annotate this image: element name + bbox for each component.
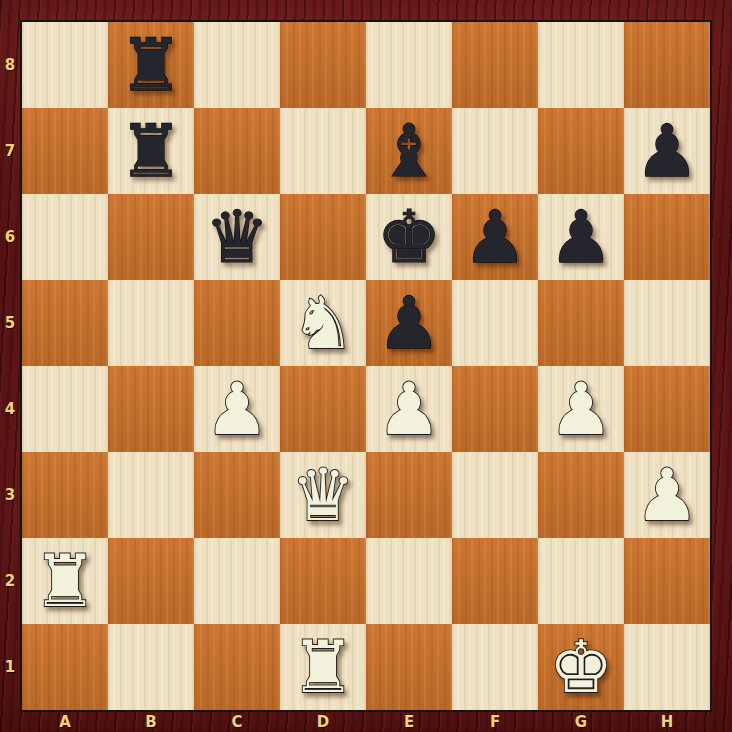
square-b1[interactable] bbox=[108, 624, 194, 710]
square-a3[interactable] bbox=[22, 452, 108, 538]
rank-label-5: 5 bbox=[0, 280, 20, 366]
square-h1[interactable] bbox=[624, 624, 710, 710]
square-c7[interactable] bbox=[194, 108, 280, 194]
rank-labels: 87654321 bbox=[0, 22, 20, 710]
square-b7[interactable]: ♜ bbox=[108, 108, 194, 194]
square-f7[interactable] bbox=[452, 108, 538, 194]
square-g5[interactable] bbox=[538, 280, 624, 366]
file-labels: ABCDEFGH bbox=[22, 712, 710, 732]
square-b3[interactable] bbox=[108, 452, 194, 538]
square-f3[interactable] bbox=[452, 452, 538, 538]
file-label-b: B bbox=[108, 712, 194, 732]
file-label-f: F bbox=[452, 712, 538, 732]
rank-label-1: 1 bbox=[0, 624, 20, 710]
rank-label-8: 8 bbox=[0, 22, 20, 108]
piece-white-king[interactable]: ♚ bbox=[538, 624, 624, 710]
square-g6[interactable]: ♟ bbox=[538, 194, 624, 280]
square-a8[interactable] bbox=[22, 22, 108, 108]
piece-black-rook[interactable]: ♜ bbox=[108, 22, 194, 108]
square-d3[interactable]: ♛ bbox=[280, 452, 366, 538]
chess-board: ♜♜♝♟♛♚♟♟♞♟♟♟♟♛♟♜♜♚ bbox=[20, 20, 712, 712]
piece-black-rook[interactable]: ♜ bbox=[108, 108, 194, 194]
file-label-e: E bbox=[366, 712, 452, 732]
square-h7[interactable]: ♟ bbox=[624, 108, 710, 194]
piece-black-king[interactable]: ♚ bbox=[366, 194, 452, 280]
square-f5[interactable] bbox=[452, 280, 538, 366]
square-c3[interactable] bbox=[194, 452, 280, 538]
square-g3[interactable] bbox=[538, 452, 624, 538]
piece-black-pawn[interactable]: ♟ bbox=[452, 194, 538, 280]
piece-white-pawn[interactable]: ♟ bbox=[194, 366, 280, 452]
square-b6[interactable] bbox=[108, 194, 194, 280]
square-e2[interactable] bbox=[366, 538, 452, 624]
square-d2[interactable] bbox=[280, 538, 366, 624]
square-g1[interactable]: ♚ bbox=[538, 624, 624, 710]
rank-label-6: 6 bbox=[0, 194, 20, 280]
piece-white-rook[interactable]: ♜ bbox=[280, 624, 366, 710]
square-d6[interactable] bbox=[280, 194, 366, 280]
square-f2[interactable] bbox=[452, 538, 538, 624]
file-label-c: C bbox=[194, 712, 280, 732]
piece-white-pawn[interactable]: ♟ bbox=[624, 452, 710, 538]
piece-black-queen[interactable]: ♛ bbox=[194, 194, 280, 280]
piece-black-pawn[interactable]: ♟ bbox=[366, 280, 452, 366]
square-a2[interactable]: ♜ bbox=[22, 538, 108, 624]
square-e5[interactable]: ♟ bbox=[366, 280, 452, 366]
square-g4[interactable]: ♟ bbox=[538, 366, 624, 452]
square-d1[interactable]: ♜ bbox=[280, 624, 366, 710]
file-label-g: G bbox=[538, 712, 624, 732]
square-e3[interactable] bbox=[366, 452, 452, 538]
square-c2[interactable] bbox=[194, 538, 280, 624]
piece-black-pawn[interactable]: ♟ bbox=[624, 108, 710, 194]
square-c5[interactable] bbox=[194, 280, 280, 366]
square-b2[interactable] bbox=[108, 538, 194, 624]
rank-label-7: 7 bbox=[0, 108, 20, 194]
piece-black-pawn[interactable]: ♟ bbox=[538, 194, 624, 280]
square-d5[interactable]: ♞ bbox=[280, 280, 366, 366]
square-g8[interactable] bbox=[538, 22, 624, 108]
square-a5[interactable] bbox=[22, 280, 108, 366]
square-f1[interactable] bbox=[452, 624, 538, 710]
square-h8[interactable] bbox=[624, 22, 710, 108]
rank-label-2: 2 bbox=[0, 538, 20, 624]
square-b8[interactable]: ♜ bbox=[108, 22, 194, 108]
rank-label-3: 3 bbox=[0, 452, 20, 538]
square-d4[interactable] bbox=[280, 366, 366, 452]
piece-black-bishop[interactable]: ♝ bbox=[366, 108, 452, 194]
square-e7[interactable]: ♝ bbox=[366, 108, 452, 194]
square-a7[interactable] bbox=[22, 108, 108, 194]
square-f6[interactable]: ♟ bbox=[452, 194, 538, 280]
square-e8[interactable] bbox=[366, 22, 452, 108]
square-c1[interactable] bbox=[194, 624, 280, 710]
square-c4[interactable]: ♟ bbox=[194, 366, 280, 452]
piece-white-rook[interactable]: ♜ bbox=[22, 538, 108, 624]
piece-white-queen[interactable]: ♛ bbox=[280, 452, 366, 538]
square-a1[interactable] bbox=[22, 624, 108, 710]
file-label-h: H bbox=[624, 712, 710, 732]
square-d7[interactable] bbox=[280, 108, 366, 194]
square-b4[interactable] bbox=[108, 366, 194, 452]
square-h5[interactable] bbox=[624, 280, 710, 366]
square-e6[interactable]: ♚ bbox=[366, 194, 452, 280]
chess-board-frame: ♜♜♝♟♛♚♟♟♞♟♟♟♟♛♟♜♜♚ 87654321 ABCDEFGH bbox=[0, 0, 732, 732]
rank-label-4: 4 bbox=[0, 366, 20, 452]
square-h2[interactable] bbox=[624, 538, 710, 624]
file-label-d: D bbox=[280, 712, 366, 732]
square-d8[interactable] bbox=[280, 22, 366, 108]
piece-white-knight[interactable]: ♞ bbox=[280, 280, 366, 366]
square-g2[interactable] bbox=[538, 538, 624, 624]
square-e1[interactable] bbox=[366, 624, 452, 710]
square-a6[interactable] bbox=[22, 194, 108, 280]
square-f4[interactable] bbox=[452, 366, 538, 452]
square-h3[interactable]: ♟ bbox=[624, 452, 710, 538]
square-h4[interactable] bbox=[624, 366, 710, 452]
piece-white-pawn[interactable]: ♟ bbox=[538, 366, 624, 452]
square-c8[interactable] bbox=[194, 22, 280, 108]
file-label-a: A bbox=[22, 712, 108, 732]
piece-white-pawn[interactable]: ♟ bbox=[366, 366, 452, 452]
square-f8[interactable] bbox=[452, 22, 538, 108]
square-e4[interactable]: ♟ bbox=[366, 366, 452, 452]
square-h6[interactable] bbox=[624, 194, 710, 280]
square-c6[interactable]: ♛ bbox=[194, 194, 280, 280]
square-b5[interactable] bbox=[108, 280, 194, 366]
square-g7[interactable] bbox=[538, 108, 624, 194]
square-a4[interactable] bbox=[22, 366, 108, 452]
